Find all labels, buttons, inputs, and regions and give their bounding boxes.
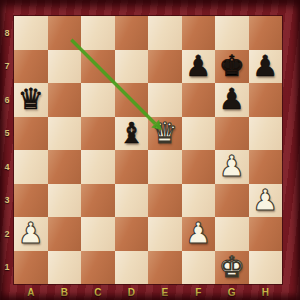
square-g7[interactable]: ♚ bbox=[215, 50, 249, 84]
square-c4[interactable] bbox=[81, 150, 115, 184]
square-e5[interactable]: ♛ bbox=[148, 117, 182, 151]
black-bishop[interactable]: ♝ bbox=[118, 117, 144, 150]
square-f3[interactable] bbox=[182, 184, 216, 218]
black-pawn[interactable]: ♟ bbox=[185, 50, 211, 83]
square-a8[interactable] bbox=[14, 16, 48, 50]
square-b4[interactable] bbox=[48, 150, 82, 184]
square-f2[interactable]: ♟ bbox=[182, 217, 216, 251]
square-d7[interactable] bbox=[115, 50, 149, 84]
rank-label-4: 4 bbox=[0, 150, 14, 184]
square-g2[interactable] bbox=[215, 217, 249, 251]
square-h4[interactable] bbox=[249, 150, 283, 184]
square-f1[interactable] bbox=[182, 251, 216, 285]
white-pawn[interactable]: ♟ bbox=[219, 150, 245, 183]
square-e4[interactable] bbox=[148, 150, 182, 184]
square-a2[interactable]: ♟ bbox=[14, 217, 48, 251]
rank-coordinates: 87654321 bbox=[0, 16, 14, 284]
white-pawn[interactable]: ♟ bbox=[185, 217, 211, 250]
square-h3[interactable]: ♟ bbox=[249, 184, 283, 218]
rank-label-7: 7 bbox=[0, 50, 14, 84]
square-d8[interactable] bbox=[115, 16, 149, 50]
square-b7[interactable] bbox=[48, 50, 82, 84]
square-d1[interactable] bbox=[115, 251, 149, 285]
square-g8[interactable] bbox=[215, 16, 249, 50]
square-f8[interactable] bbox=[182, 16, 216, 50]
square-c1[interactable] bbox=[81, 251, 115, 285]
square-a7[interactable] bbox=[14, 50, 48, 84]
white-queen[interactable]: ♛ bbox=[152, 117, 178, 150]
square-c7[interactable] bbox=[81, 50, 115, 84]
square-b1[interactable] bbox=[48, 251, 82, 285]
square-d6[interactable] bbox=[115, 83, 149, 117]
square-c6[interactable] bbox=[81, 83, 115, 117]
black-queen[interactable]: ♛ bbox=[18, 83, 44, 116]
square-f7[interactable]: ♟ bbox=[182, 50, 216, 84]
square-d2[interactable] bbox=[115, 217, 149, 251]
square-f4[interactable] bbox=[182, 150, 216, 184]
black-king[interactable]: ♚ bbox=[219, 50, 245, 83]
white-pawn[interactable]: ♟ bbox=[252, 184, 278, 217]
square-c3[interactable] bbox=[81, 184, 115, 218]
square-e1[interactable] bbox=[148, 251, 182, 285]
square-e6[interactable] bbox=[148, 83, 182, 117]
rank-label-1: 1 bbox=[0, 251, 14, 285]
square-a6[interactable]: ♛ bbox=[14, 83, 48, 117]
square-g5[interactable] bbox=[215, 117, 249, 151]
square-g3[interactable] bbox=[215, 184, 249, 218]
square-c5[interactable] bbox=[81, 117, 115, 151]
square-d3[interactable] bbox=[115, 184, 149, 218]
square-a4[interactable] bbox=[14, 150, 48, 184]
file-label-d: D bbox=[115, 284, 149, 300]
file-coordinates: ABCDEFGH bbox=[14, 284, 282, 300]
square-h5[interactable] bbox=[249, 117, 283, 151]
square-h6[interactable] bbox=[249, 83, 283, 117]
square-h7[interactable]: ♟ bbox=[249, 50, 283, 84]
white-pawn[interactable]: ♟ bbox=[18, 217, 44, 250]
square-a3[interactable] bbox=[14, 184, 48, 218]
file-label-e: E bbox=[148, 284, 182, 300]
square-b8[interactable] bbox=[48, 16, 82, 50]
white-king[interactable]: ♚ bbox=[219, 251, 245, 284]
square-f5[interactable] bbox=[182, 117, 216, 151]
square-e7[interactable] bbox=[148, 50, 182, 84]
file-label-a: A bbox=[14, 284, 48, 300]
square-e2[interactable] bbox=[148, 217, 182, 251]
file-label-h: H bbox=[249, 284, 283, 300]
square-f6[interactable] bbox=[182, 83, 216, 117]
file-label-c: C bbox=[81, 284, 115, 300]
rank-label-2: 2 bbox=[0, 217, 14, 251]
file-label-b: B bbox=[48, 284, 82, 300]
square-h2[interactable] bbox=[249, 217, 283, 251]
square-g4[interactable]: ♟ bbox=[215, 150, 249, 184]
square-c2[interactable] bbox=[81, 217, 115, 251]
square-b3[interactable] bbox=[48, 184, 82, 218]
square-e3[interactable] bbox=[148, 184, 182, 218]
rank-label-6: 6 bbox=[0, 83, 14, 117]
square-b2[interactable] bbox=[48, 217, 82, 251]
square-a1[interactable] bbox=[14, 251, 48, 285]
black-pawn[interactable]: ♟ bbox=[219, 83, 245, 116]
square-b6[interactable] bbox=[48, 83, 82, 117]
square-g6[interactable]: ♟ bbox=[215, 83, 249, 117]
file-label-g: G bbox=[215, 284, 249, 300]
chess-board: ♟♚♟♛♟♝♛♟♟♟♟♚ bbox=[14, 16, 282, 284]
square-g1[interactable]: ♚ bbox=[215, 251, 249, 285]
rank-label-3: 3 bbox=[0, 184, 14, 218]
square-d4[interactable] bbox=[115, 150, 149, 184]
square-c8[interactable] bbox=[81, 16, 115, 50]
rank-label-5: 5 bbox=[0, 117, 14, 151]
square-h1[interactable] bbox=[249, 251, 283, 285]
square-h8[interactable] bbox=[249, 16, 283, 50]
black-pawn[interactable]: ♟ bbox=[252, 50, 278, 83]
square-b5[interactable] bbox=[48, 117, 82, 151]
rank-label-8: 8 bbox=[0, 16, 14, 50]
square-d5[interactable]: ♝ bbox=[115, 117, 149, 151]
file-label-f: F bbox=[182, 284, 216, 300]
chess-board-widget: 87654321 ABCDEFGH ♟♚♟♛♟♝♛♟♟♟♟♚ bbox=[0, 0, 300, 300]
square-e8[interactable] bbox=[148, 16, 182, 50]
square-a5[interactable] bbox=[14, 117, 48, 151]
